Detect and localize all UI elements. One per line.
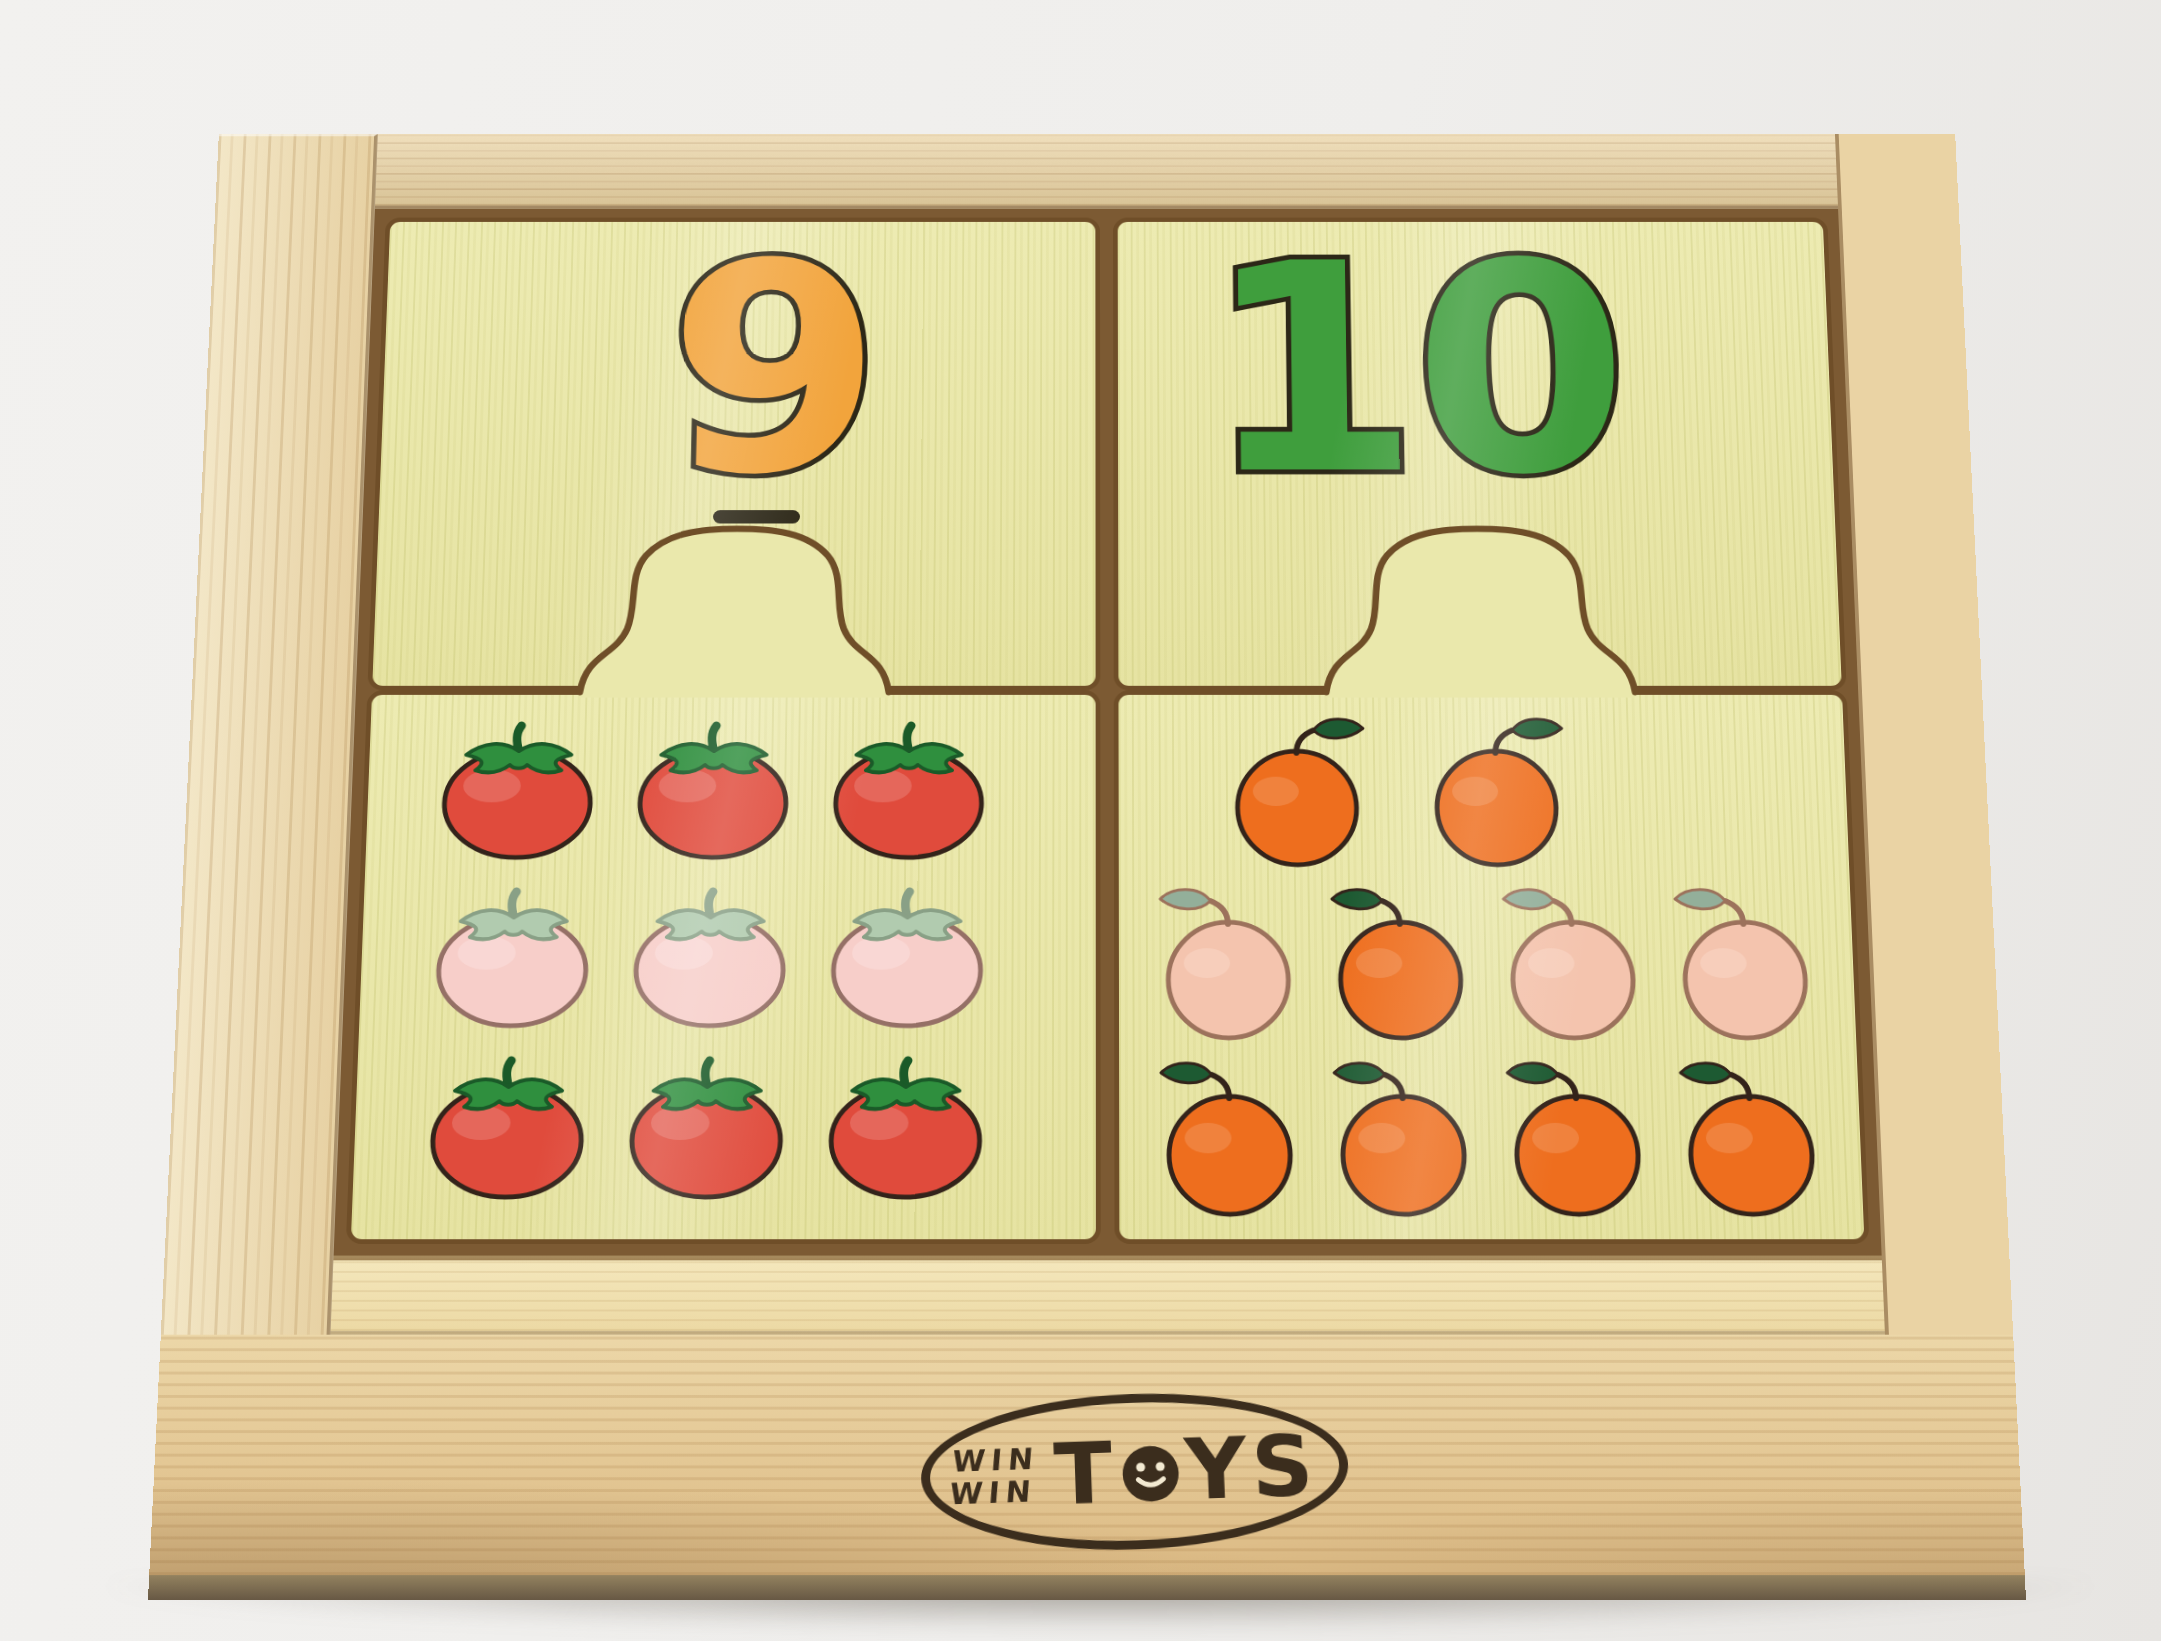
puzzle-tab-joint bbox=[572, 520, 898, 699]
puzzle-tab-joint bbox=[1316, 520, 1642, 699]
smiley-face-o-icon bbox=[1119, 1442, 1183, 1505]
orange-row bbox=[1119, 1059, 1863, 1220]
box-top-rail bbox=[215, 134, 1959, 209]
box-front-face: WIN WIN T YS bbox=[149, 1335, 2025, 1575]
wooden-puzzle-box: 9 10 bbox=[148, 134, 2026, 1600]
tomato-icon bbox=[814, 881, 999, 1035]
tomato-row bbox=[339, 881, 1076, 1035]
numeral-10: 10 bbox=[1203, 239, 1627, 501]
numeral-block: 10 bbox=[1203, 239, 1627, 501]
orange-icon bbox=[1416, 715, 1577, 871]
puzzle-pair-10-oranges: 10 bbox=[1113, 218, 1869, 1244]
tomato-icon bbox=[620, 715, 805, 866]
orange-count-grid bbox=[1118, 695, 1863, 1220]
product-photo-scene: 9 10 bbox=[0, 0, 2161, 1641]
orange-icon bbox=[1668, 1059, 1834, 1220]
tray-front-ledge bbox=[330, 1256, 1884, 1335]
tomato-icon bbox=[424, 715, 611, 866]
tomato-icon bbox=[616, 881, 803, 1035]
logo-win-bottom: WIN bbox=[949, 1475, 1038, 1511]
tomato-row bbox=[333, 1049, 1077, 1205]
orange-icon bbox=[1491, 885, 1654, 1043]
logo-letters-ys: YS bbox=[1183, 1416, 1320, 1519]
tomato-count-grid bbox=[352, 695, 1096, 1206]
numeral-block: 9 bbox=[664, 239, 879, 523]
orange-row bbox=[1032, 715, 1762, 871]
orange-icon bbox=[1320, 885, 1481, 1043]
tomato-icon bbox=[811, 1049, 998, 1205]
fruit-card-10-oranges[interactable] bbox=[1114, 690, 1870, 1244]
box-bottom-edge bbox=[148, 1575, 2026, 1600]
puzzle-tray: 9 10 bbox=[334, 209, 1882, 1256]
puzzle-pair-9-tomatoes: 9 bbox=[346, 218, 1101, 1244]
fruit-card-9-tomatoes[interactable] bbox=[346, 690, 1101, 1244]
logo-toys-text: T YS bbox=[1052, 1416, 1320, 1523]
orange-icon bbox=[1149, 1059, 1310, 1220]
orange-icon bbox=[1495, 1059, 1659, 1220]
tomato-icon bbox=[816, 715, 1000, 866]
logo-win-top: WIN bbox=[951, 1442, 1040, 1477]
numeral-9: 9 bbox=[664, 239, 878, 501]
tomato-row bbox=[346, 715, 1076, 866]
orange-row bbox=[1119, 885, 1857, 1043]
orange-icon bbox=[1217, 715, 1376, 871]
orange-icon bbox=[1322, 1059, 1485, 1220]
winwin-toys-logo: WIN WIN T YS bbox=[919, 1387, 1352, 1557]
logo-letter-t: T bbox=[1052, 1423, 1119, 1523]
orange-icon bbox=[1663, 885, 1827, 1043]
orange-icon bbox=[1148, 885, 1308, 1043]
logo-win-win-text: WIN WIN bbox=[949, 1442, 1041, 1510]
tomato-icon bbox=[418, 881, 606, 1035]
tomato-icon bbox=[611, 1049, 800, 1205]
tomato-icon bbox=[411, 1049, 601, 1205]
